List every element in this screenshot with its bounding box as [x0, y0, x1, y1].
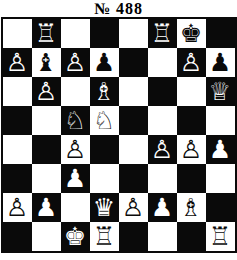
square-a2: ♙	[3, 193, 32, 222]
square-d3	[90, 164, 119, 193]
square-b4	[32, 135, 61, 164]
black-pawn: ♙	[180, 48, 202, 77]
square-h3	[206, 164, 235, 193]
square-f4: ♙	[148, 135, 177, 164]
black-king: ♚	[180, 19, 202, 48]
black-queen: ♕	[209, 77, 231, 106]
square-h5	[206, 106, 235, 135]
square-h7: ♟	[206, 48, 235, 77]
white-rook: ♖	[93, 222, 115, 251]
square-f8: ♖	[148, 19, 177, 48]
square-c5: ♘	[61, 106, 90, 135]
square-a8	[3, 19, 32, 48]
square-d1: ♖	[90, 222, 119, 251]
square-a6	[3, 77, 32, 106]
black-rook: ♖	[35, 19, 57, 48]
square-f7	[148, 48, 177, 77]
square-g3	[177, 164, 206, 193]
square-h2	[206, 193, 235, 222]
square-c1: ♚	[61, 222, 90, 251]
square-a7: ♙	[3, 48, 32, 77]
square-d5: ♘	[90, 106, 119, 135]
square-b2: ♟	[32, 193, 61, 222]
white-pawn: ♙	[64, 135, 86, 164]
square-h4: ♟	[206, 135, 235, 164]
square-d2: ♛	[90, 193, 119, 222]
square-a3	[3, 164, 32, 193]
square-e1	[119, 222, 148, 251]
square-e5	[119, 106, 148, 135]
white-bishop: ♗	[180, 193, 202, 222]
white-queen: ♛	[93, 193, 115, 222]
square-f1	[148, 222, 177, 251]
black-bishop: ♗	[93, 77, 115, 106]
square-h1: ♖	[206, 222, 235, 251]
square-b6: ♙	[32, 77, 61, 106]
black-pawn: ♙	[64, 48, 86, 77]
black-pawn: ♟	[209, 48, 231, 77]
square-f2: ♟	[148, 193, 177, 222]
black-pawn: ♙	[151, 135, 173, 164]
white-pawn: ♟	[35, 193, 57, 222]
square-e2: ♙	[119, 193, 148, 222]
square-d6: ♗	[90, 77, 119, 106]
square-d4	[90, 135, 119, 164]
white-pawn: ♟	[151, 193, 173, 222]
square-a1	[3, 222, 32, 251]
square-e3	[119, 164, 148, 193]
square-g7: ♙	[177, 48, 206, 77]
square-g4: ♙	[177, 135, 206, 164]
square-d8	[90, 19, 119, 48]
white-pawn: ♙	[180, 135, 202, 164]
white-king: ♚	[64, 222, 86, 251]
white-pawn: ♟	[64, 164, 86, 193]
square-a5	[3, 106, 32, 135]
square-a4	[3, 135, 32, 164]
square-c3: ♟	[61, 164, 90, 193]
square-b5	[32, 106, 61, 135]
white-pawn: ♙	[6, 193, 28, 222]
square-c4: ♙	[61, 135, 90, 164]
square-f5	[148, 106, 177, 135]
square-c2	[61, 193, 90, 222]
square-e6	[119, 77, 148, 106]
square-b1	[32, 222, 61, 251]
square-b3	[32, 164, 61, 193]
square-g6	[177, 77, 206, 106]
square-c6	[61, 77, 90, 106]
square-f3	[148, 164, 177, 193]
diagram-page: № 488 ♖♖♚♙♝♙♟♙♟♙♗♕♘♘♙♙♙♟♟♙♟♛♙♟♗♚♖♖	[0, 0, 237, 260]
square-g5	[177, 106, 206, 135]
black-pawn: ♟	[93, 48, 115, 77]
square-f6	[148, 77, 177, 106]
black-pawn: ♙	[35, 77, 57, 106]
square-h6: ♕	[206, 77, 235, 106]
square-e8	[119, 19, 148, 48]
square-d7: ♟	[90, 48, 119, 77]
square-e4	[119, 135, 148, 164]
square-g1	[177, 222, 206, 251]
square-c7: ♙	[61, 48, 90, 77]
square-g2: ♗	[177, 193, 206, 222]
black-knight: ♘	[64, 106, 86, 135]
black-bishop: ♝	[35, 48, 57, 77]
white-knight: ♘	[93, 106, 115, 135]
square-c8	[61, 19, 90, 48]
black-pawn: ♙	[6, 48, 28, 77]
chess-board: ♖♖♚♙♝♙♟♙♟♙♗♕♘♘♙♙♙♟♟♙♟♛♙♟♗♚♖♖	[1, 17, 237, 253]
white-pawn: ♙	[122, 193, 144, 222]
square-b7: ♝	[32, 48, 61, 77]
square-g8: ♚	[177, 19, 206, 48]
square-e7	[119, 48, 148, 77]
black-rook: ♖	[151, 19, 173, 48]
square-b8: ♖	[32, 19, 61, 48]
white-pawn: ♟	[209, 135, 231, 164]
square-h8	[206, 19, 235, 48]
diagram-number: № 488	[0, 0, 237, 17]
white-rook: ♖	[209, 222, 231, 251]
